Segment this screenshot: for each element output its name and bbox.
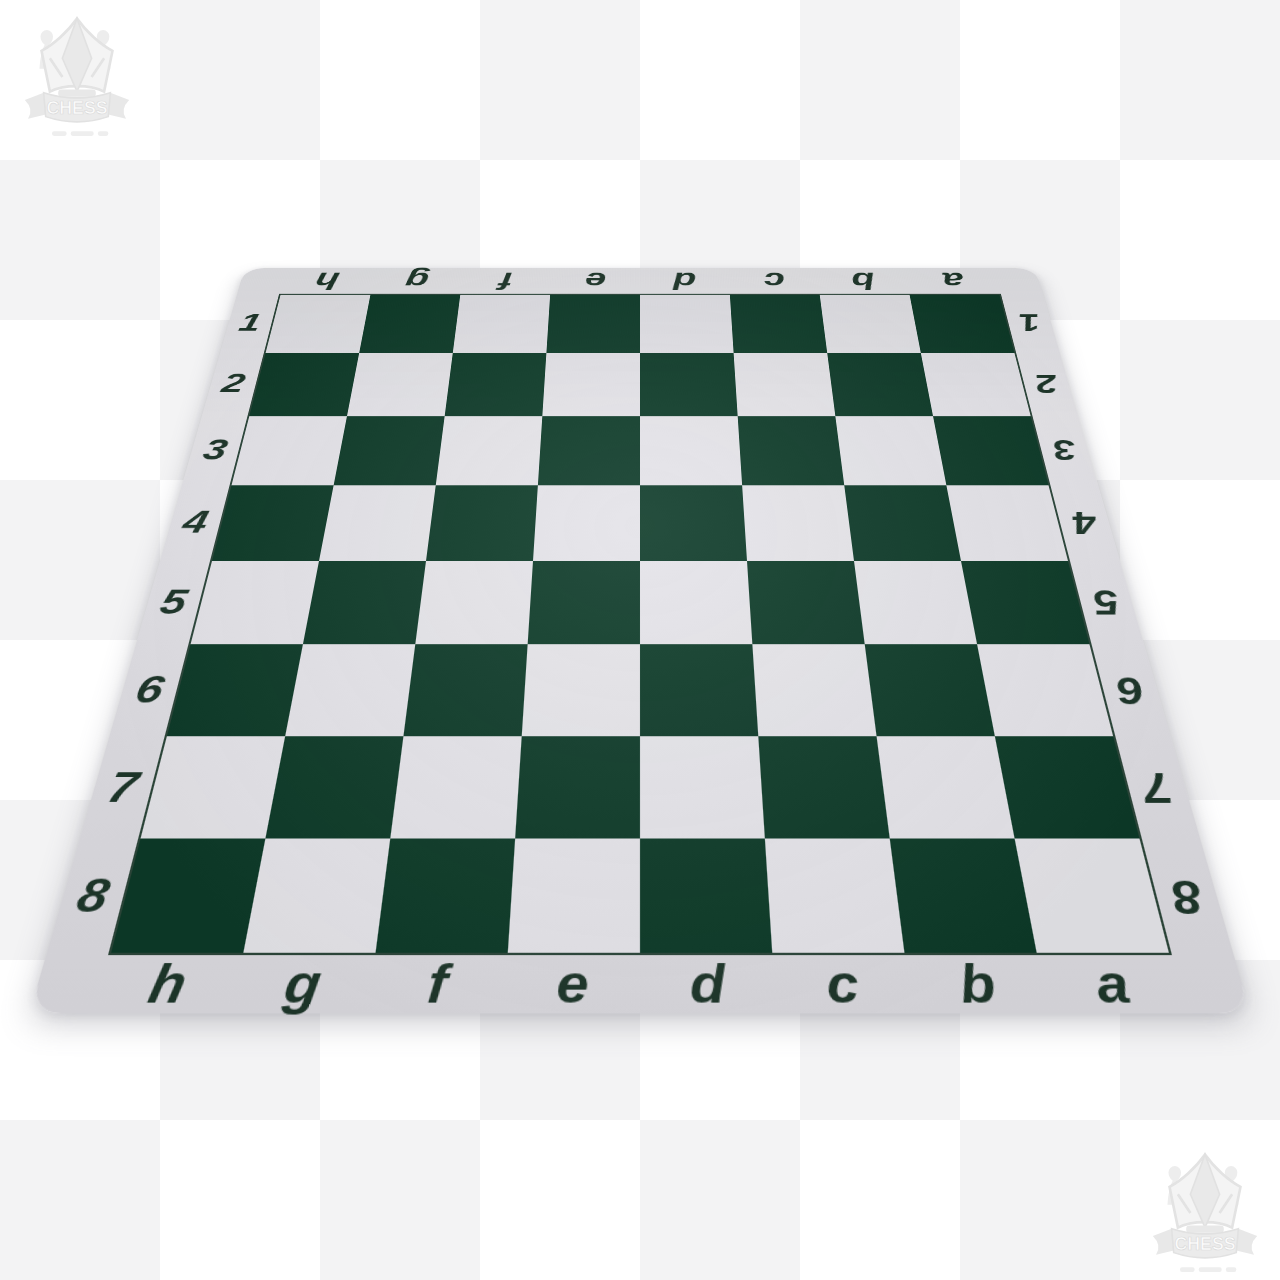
- square-e8: [508, 839, 640, 953]
- square-a4: [946, 485, 1068, 561]
- square-f5: [415, 561, 533, 644]
- square-c5: [747, 561, 865, 644]
- watermark-text: CHESS: [46, 98, 107, 118]
- square-a2: [921, 353, 1031, 416]
- square-d8: [640, 839, 772, 953]
- square-a5: [961, 561, 1089, 644]
- chess-brand-watermark-top-left: CHESS: [14, 4, 140, 150]
- square-g6: [285, 644, 415, 736]
- square-b8: [890, 839, 1037, 953]
- crown-logo-icon: CHESS: [1153, 1155, 1257, 1272]
- square-b5: [854, 561, 977, 644]
- file-label-top-f: f: [460, 268, 552, 294]
- square-e1: [546, 295, 640, 353]
- file-label-bottom-c: c: [773, 955, 914, 1013]
- square-f4: [426, 485, 538, 561]
- file-label-bottom-h: h: [93, 955, 241, 1013]
- square-c8: [765, 839, 905, 953]
- square-c1: [730, 295, 827, 353]
- square-c6: [752, 644, 876, 736]
- chess-brand-watermark-bottom-right: CHESS: [1142, 1140, 1268, 1280]
- crown-logo-icon: CHESS: [25, 19, 129, 136]
- file-label-top-a: a: [906, 268, 1001, 294]
- playing-grid: [108, 294, 1172, 955]
- square-b7: [877, 736, 1015, 838]
- square-h5: [191, 561, 319, 644]
- square-g7: [265, 736, 403, 838]
- square-g4: [319, 485, 436, 561]
- square-a7: [995, 736, 1140, 838]
- square-e2: [542, 353, 640, 416]
- file-label-bottom-g: g: [230, 955, 374, 1013]
- square-b3: [835, 416, 946, 485]
- square-a8: [1015, 839, 1169, 953]
- square-g3: [334, 416, 445, 485]
- square-f2: [445, 353, 547, 416]
- square-f1: [453, 295, 550, 353]
- file-label-top-d: d: [640, 268, 730, 294]
- file-label-top-b: b: [817, 268, 911, 294]
- square-d5: [640, 561, 752, 644]
- file-label-top-h: h: [279, 268, 374, 294]
- file-label-bottom-e: e: [503, 955, 640, 1013]
- file-labels-bottom: hgfedcba: [93, 955, 1187, 1013]
- square-b2: [827, 353, 933, 416]
- square-d2: [640, 353, 738, 416]
- square-e3: [538, 416, 640, 485]
- square-a1: [910, 295, 1015, 353]
- square-b6: [865, 644, 995, 736]
- square-f3: [436, 416, 543, 485]
- square-f7: [390, 736, 521, 838]
- watermark-text: CHESS: [1174, 1234, 1235, 1254]
- file-label-top-g: g: [369, 268, 463, 294]
- square-e5: [528, 561, 640, 644]
- square-h4: [212, 485, 334, 561]
- square-h7: [141, 736, 286, 838]
- square-d4: [640, 485, 747, 561]
- file-label-bottom-a: a: [1039, 955, 1187, 1013]
- square-h8: [111, 839, 265, 953]
- square-h2: [249, 353, 359, 416]
- square-d3: [640, 416, 742, 485]
- square-e7: [515, 736, 640, 838]
- square-f6: [403, 644, 527, 736]
- square-g2: [347, 353, 453, 416]
- square-d6: [640, 644, 758, 736]
- square-d1: [640, 295, 734, 353]
- file-label-bottom-b: b: [906, 955, 1050, 1013]
- square-a3: [933, 416, 1048, 485]
- square-a6: [977, 644, 1113, 736]
- square-c7: [758, 736, 889, 838]
- square-e4: [533, 485, 640, 561]
- file-label-top-e: e: [550, 268, 640, 294]
- square-e6: [522, 644, 640, 736]
- square-d7: [640, 736, 765, 838]
- file-label-bottom-d: d: [640, 955, 777, 1013]
- file-labels-top: hgfedcba: [279, 268, 1001, 294]
- square-g8: [243, 839, 390, 953]
- square-h3: [231, 416, 346, 485]
- square-f8: [376, 839, 516, 953]
- file-label-top-c: c: [729, 268, 821, 294]
- chess-board-mat: hgfedcba hgfedcba 12345678 12345678: [29, 268, 1250, 1013]
- square-h1: [266, 295, 371, 353]
- square-b4: [844, 485, 961, 561]
- square-h6: [167, 644, 303, 736]
- square-g1: [359, 295, 460, 353]
- square-c3: [738, 416, 845, 485]
- square-c4: [742, 485, 854, 561]
- square-g5: [303, 561, 426, 644]
- square-b1: [820, 295, 921, 353]
- file-label-bottom-f: f: [366, 955, 507, 1013]
- square-c2: [734, 353, 836, 416]
